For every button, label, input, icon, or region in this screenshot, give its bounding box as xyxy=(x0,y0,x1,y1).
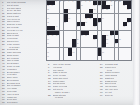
clue-line: 69.Gone by xyxy=(100,94,136,97)
cell-number: 64 xyxy=(73,47,75,49)
cell-number: 33 xyxy=(89,18,91,20)
clue-line: or brook xyxy=(48,96,96,99)
cell-number: 32 xyxy=(85,18,87,20)
cell-number: 34 xyxy=(102,18,104,20)
cell-number: 45 xyxy=(89,30,91,32)
clue-text: Red flower xyxy=(7,101,18,104)
cell-number: 9 xyxy=(106,1,107,3)
clue-text: or brook xyxy=(53,96,64,99)
clue-line: 68.Red flower xyxy=(2,101,45,104)
cell-number: 48 xyxy=(51,35,53,37)
cell-number: 63 xyxy=(47,47,49,49)
cell-number: 55 xyxy=(77,39,79,41)
cell-number: 4 xyxy=(68,1,69,3)
cell-number: 15 xyxy=(81,5,83,7)
cell-number: 5 xyxy=(73,1,74,3)
cell-number: 16 xyxy=(94,5,96,7)
cell-number: 24 xyxy=(102,9,104,11)
cell-number: 11 xyxy=(115,1,117,3)
cell-number: 19 xyxy=(123,5,125,7)
cell-number: 6 xyxy=(81,1,82,3)
cell-number: 50 xyxy=(81,35,83,37)
cell-number: 23 xyxy=(94,9,96,11)
clue-list-left: 1.Top of the morning4.Not at home7.Tea a… xyxy=(2,1,45,104)
cell-number: 31 xyxy=(68,18,70,20)
crossword-grid: 1234567891011121314151617181920212223242… xyxy=(46,0,132,61)
cell-number: 18 xyxy=(110,5,112,7)
cell-number: 25 xyxy=(106,9,108,11)
cell-number: 14 xyxy=(51,5,53,7)
cell-number: 65 xyxy=(102,47,104,49)
cell-number: 8 xyxy=(89,1,90,3)
cell-number: 60 xyxy=(77,43,79,45)
cell-number: 30 xyxy=(47,18,49,20)
cell-number: 59 xyxy=(47,43,49,45)
cell-number: 35 xyxy=(47,22,49,24)
clue-list-bottom-left: 5.Lady of the house6.Hot drink7.Tiny ins… xyxy=(48,63,96,99)
cell-number: 67 xyxy=(73,52,75,54)
cell-number: 3 xyxy=(64,1,65,3)
cell-number: 26 xyxy=(127,9,129,11)
cell-number: 53 xyxy=(110,35,112,37)
cell-number: 21 xyxy=(68,9,70,11)
cell-number: 41 xyxy=(77,26,79,28)
cell-number: 1 xyxy=(56,1,57,3)
cell-number: 47 xyxy=(47,35,49,37)
cell-number: 52 xyxy=(106,35,108,37)
cell-number: 54 xyxy=(47,39,49,41)
cell-number: 13 xyxy=(47,5,49,7)
cell-number: 12 xyxy=(119,1,121,3)
cell-number: 38 xyxy=(98,22,100,24)
cell-number: 58 xyxy=(119,39,121,41)
cell-number: 17 xyxy=(98,5,100,7)
grid-cell[interactable] xyxy=(127,56,131,60)
cell-number: 10 xyxy=(110,1,112,3)
cell-number: 28 xyxy=(68,13,70,15)
cell-number: 44 xyxy=(60,30,62,32)
clue-text: Gone by xyxy=(105,94,114,97)
clue-list-bottom-right: 54.Morning mist55.Planet nextto us56.Car… xyxy=(100,63,136,96)
cell-number: 56 xyxy=(94,39,96,41)
cell-number: 27 xyxy=(47,13,49,15)
cell-number: 57 xyxy=(106,39,108,41)
cell-number: 37 xyxy=(85,22,87,24)
cell-number: 69 xyxy=(47,56,49,58)
cell-number: 49 xyxy=(56,35,58,37)
cell-number: 66 xyxy=(47,52,49,54)
cell-number: 61 xyxy=(106,43,108,45)
cell-number: 68 xyxy=(102,52,104,54)
cell-number: 22 xyxy=(77,9,79,11)
cell-number: 39 xyxy=(127,22,129,24)
cell-number: 2 xyxy=(60,1,61,3)
cell-number: 62 xyxy=(115,43,117,45)
cell-number: 43 xyxy=(123,26,125,28)
cell-number: 42 xyxy=(94,26,96,28)
cell-number: 20 xyxy=(47,9,49,11)
cell-number: 51 xyxy=(85,35,87,37)
cell-number: 46 xyxy=(119,30,121,32)
cell-number: 29 xyxy=(94,13,96,15)
cell-number: 40 xyxy=(56,26,58,28)
cell-number: 36 xyxy=(64,22,66,24)
cell-number: 7 xyxy=(85,1,86,3)
